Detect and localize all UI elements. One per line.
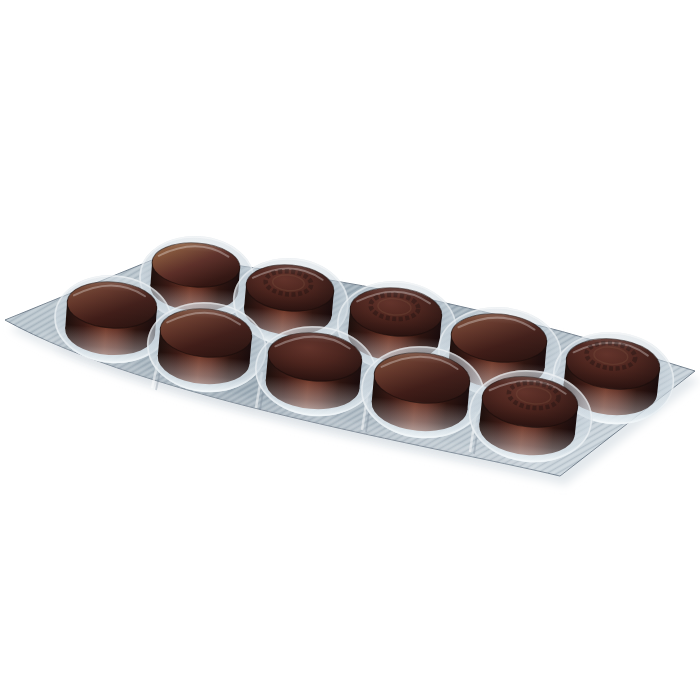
product-photo-stage	[0, 0, 700, 700]
blister-pack-photo	[0, 0, 700, 700]
